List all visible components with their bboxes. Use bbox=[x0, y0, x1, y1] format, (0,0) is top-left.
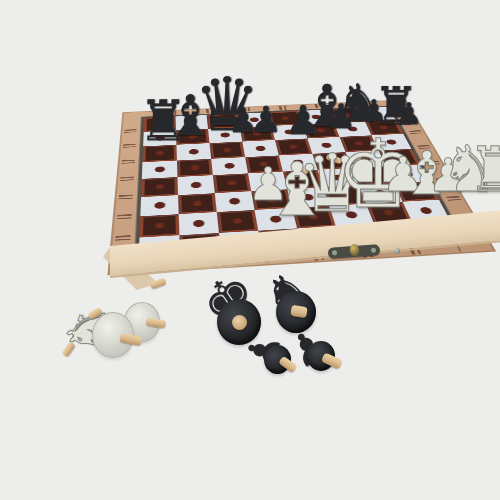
cell bbox=[177, 159, 213, 177]
peg-hole bbox=[224, 163, 235, 169]
cell bbox=[178, 193, 217, 214]
peg-hole bbox=[192, 219, 204, 227]
clasp-knob-icon bbox=[349, 244, 359, 257]
black-pawn-d7: ♟ bbox=[250, 102, 282, 138]
peg-hole bbox=[190, 182, 201, 189]
cell bbox=[139, 214, 179, 237]
cell bbox=[140, 195, 178, 216]
peg-hole bbox=[188, 149, 198, 155]
cell bbox=[217, 210, 258, 233]
clasp-screw-icon bbox=[332, 250, 337, 255]
clasp-screw-icon bbox=[371, 247, 376, 252]
cell bbox=[141, 177, 178, 197]
cell bbox=[177, 175, 214, 195]
peg-hole bbox=[192, 200, 202, 206]
peg-hole bbox=[154, 166, 165, 172]
peg-hole bbox=[232, 218, 242, 224]
cell bbox=[213, 173, 251, 193]
rail-stamp-marks-left bbox=[114, 124, 137, 259]
peg-hole bbox=[228, 198, 240, 205]
cell bbox=[179, 212, 219, 235]
peg-hole bbox=[190, 165, 199, 170]
cell bbox=[211, 157, 248, 175]
front-face-screw-icon bbox=[394, 248, 400, 254]
peg-hole bbox=[227, 180, 237, 186]
peg-hole bbox=[154, 202, 165, 209]
peg-hole bbox=[155, 184, 164, 190]
chess-set-photo: ♜ ♝ ♛ ♟ ♟ ♟ ♝ ♟ ♞ ♟ ♜ ♟ ♟ ♝ ♛ ♚ ♟ ♝ ♟ ♞ … bbox=[0, 0, 500, 500]
white-rook-h2: ♜ bbox=[467, 139, 500, 201]
cell bbox=[142, 160, 178, 179]
peg-hole bbox=[155, 222, 165, 229]
peg-hole bbox=[223, 148, 232, 153]
